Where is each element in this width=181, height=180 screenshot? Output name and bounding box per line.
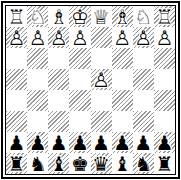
white-rook-piece: ♜♖ bbox=[154, 6, 175, 27]
black-queen-piece: ♛ bbox=[91, 153, 112, 174]
square-a8[interactable]: ♜ bbox=[154, 153, 175, 174]
square-g4[interactable] bbox=[27, 69, 48, 90]
square-d6[interactable] bbox=[91, 111, 112, 132]
white-knight-piece: ♞♘ bbox=[27, 6, 48, 27]
square-e5[interactable] bbox=[69, 90, 90, 111]
white-bishop-piece: ♝♗ bbox=[48, 6, 69, 27]
white-pawn-piece: ♟♙ bbox=[69, 27, 90, 48]
square-c1[interactable]: ♝♗ bbox=[112, 6, 133, 27]
square-g7[interactable]: ♟ bbox=[27, 132, 48, 153]
square-b8[interactable]: ♞ bbox=[133, 153, 154, 174]
white-knight-piece: ♞♘ bbox=[133, 6, 154, 27]
square-d1[interactable]: ♛♕ bbox=[91, 6, 112, 27]
square-c7[interactable]: ♟ bbox=[112, 132, 133, 153]
black-pawn-piece: ♟ bbox=[6, 132, 27, 153]
square-c6[interactable] bbox=[112, 111, 133, 132]
square-h4[interactable] bbox=[6, 69, 27, 90]
square-h3[interactable] bbox=[6, 48, 27, 69]
square-b1[interactable]: ♞♘ bbox=[133, 6, 154, 27]
square-g1[interactable]: ♞♘ bbox=[27, 6, 48, 27]
square-d5[interactable] bbox=[91, 90, 112, 111]
black-pawn-piece: ♟ bbox=[133, 132, 154, 153]
white-rook-piece: ♜♖ bbox=[6, 6, 27, 27]
white-bishop-piece: ♝♗ bbox=[112, 6, 133, 27]
square-a1[interactable]: ♜♖ bbox=[154, 6, 175, 27]
square-b6[interactable] bbox=[133, 111, 154, 132]
black-knight-piece: ♞ bbox=[27, 153, 48, 174]
white-pawn-piece: ♟♙ bbox=[133, 27, 154, 48]
square-g2[interactable]: ♟♙ bbox=[27, 27, 48, 48]
square-d4[interactable]: ♟♙ bbox=[91, 69, 112, 90]
square-d8[interactable]: ♛ bbox=[91, 153, 112, 174]
black-rook-piece: ♜ bbox=[6, 153, 27, 174]
white-pawn-piece: ♟♙ bbox=[112, 27, 133, 48]
black-pawn-piece: ♟ bbox=[154, 132, 175, 153]
square-h8[interactable]: ♜ bbox=[6, 153, 27, 174]
square-e2[interactable]: ♟♙ bbox=[69, 27, 90, 48]
black-bishop-piece: ♝ bbox=[48, 153, 69, 174]
square-b5[interactable] bbox=[133, 90, 154, 111]
square-f6[interactable] bbox=[48, 111, 69, 132]
square-a4[interactable] bbox=[154, 69, 175, 90]
black-bishop-piece: ♝ bbox=[112, 153, 133, 174]
square-b2[interactable]: ♟♙ bbox=[133, 27, 154, 48]
square-a2[interactable]: ♟♙ bbox=[154, 27, 175, 48]
square-h6[interactable] bbox=[6, 111, 27, 132]
chess-board: ♜♖♞♘♝♗♚♔♛♕♝♗♞♘♜♖♟♙♟♙♟♙♟♙♟♙♟♙♟♙♟♙♟♟♟♟♟♟♟♟… bbox=[5, 5, 176, 175]
square-f1[interactable]: ♝♗ bbox=[48, 6, 69, 27]
white-pawn-piece: ♟♙ bbox=[6, 27, 27, 48]
square-d3[interactable] bbox=[91, 48, 112, 69]
square-f3[interactable] bbox=[48, 48, 69, 69]
square-e3[interactable] bbox=[69, 48, 90, 69]
square-b4[interactable] bbox=[133, 69, 154, 90]
square-f4[interactable] bbox=[48, 69, 69, 90]
black-pawn-piece: ♟ bbox=[69, 132, 90, 153]
square-a3[interactable] bbox=[154, 48, 175, 69]
square-d7[interactable]: ♟ bbox=[91, 132, 112, 153]
square-e1[interactable]: ♚♔ bbox=[69, 6, 90, 27]
white-pawn-piece: ♟♙ bbox=[154, 27, 175, 48]
square-e7[interactable]: ♟ bbox=[69, 132, 90, 153]
square-f2[interactable]: ♟♙ bbox=[48, 27, 69, 48]
black-pawn-piece: ♟ bbox=[91, 132, 112, 153]
square-b3[interactable] bbox=[133, 48, 154, 69]
square-g5[interactable] bbox=[27, 90, 48, 111]
white-pawn-piece: ♟♙ bbox=[27, 27, 48, 48]
square-f8[interactable]: ♝ bbox=[48, 153, 69, 174]
square-e8[interactable]: ♚ bbox=[69, 153, 90, 174]
square-g3[interactable] bbox=[27, 48, 48, 69]
black-rook-piece: ♜ bbox=[154, 153, 175, 174]
square-e6[interactable] bbox=[69, 111, 90, 132]
square-c8[interactable]: ♝ bbox=[112, 153, 133, 174]
black-knight-piece: ♞ bbox=[133, 153, 154, 174]
white-pawn-piece: ♟♙ bbox=[91, 69, 112, 90]
square-g8[interactable]: ♞ bbox=[27, 153, 48, 174]
square-e4[interactable] bbox=[69, 69, 90, 90]
square-c4[interactable] bbox=[112, 69, 133, 90]
black-pawn-piece: ♟ bbox=[112, 132, 133, 153]
square-g6[interactable] bbox=[27, 111, 48, 132]
white-king-piece: ♚♔ bbox=[69, 6, 90, 27]
square-h5[interactable] bbox=[6, 90, 27, 111]
square-d2[interactable] bbox=[91, 27, 112, 48]
square-h2[interactable]: ♟♙ bbox=[6, 27, 27, 48]
chess-diagram: ♜♖♞♘♝♗♚♔♛♕♝♗♞♘♜♖♟♙♟♙♟♙♟♙♟♙♟♙♟♙♟♙♟♟♟♟♟♟♟♟… bbox=[0, 0, 181, 180]
black-pawn-piece: ♟ bbox=[27, 132, 48, 153]
square-a5[interactable] bbox=[154, 90, 175, 111]
square-c5[interactable] bbox=[112, 90, 133, 111]
black-king-piece: ♚ bbox=[69, 153, 90, 174]
square-c3[interactable] bbox=[112, 48, 133, 69]
white-pawn-piece: ♟♙ bbox=[48, 27, 69, 48]
black-pawn-piece: ♟ bbox=[48, 132, 69, 153]
square-h1[interactable]: ♜♖ bbox=[6, 6, 27, 27]
square-c2[interactable]: ♟♙ bbox=[112, 27, 133, 48]
square-b7[interactable]: ♟ bbox=[133, 132, 154, 153]
square-f5[interactable] bbox=[48, 90, 69, 111]
square-a6[interactable] bbox=[154, 111, 175, 132]
board-outer-frame: ♜♖♞♘♝♗♚♔♛♕♝♗♞♘♜♖♟♙♟♙♟♙♟♙♟♙♟♙♟♙♟♙♟♟♟♟♟♟♟♟… bbox=[1, 1, 180, 179]
square-a7[interactable]: ♟ bbox=[154, 132, 175, 153]
square-h7[interactable]: ♟ bbox=[6, 132, 27, 153]
square-f7[interactable]: ♟ bbox=[48, 132, 69, 153]
white-queen-piece: ♛♕ bbox=[91, 6, 112, 27]
